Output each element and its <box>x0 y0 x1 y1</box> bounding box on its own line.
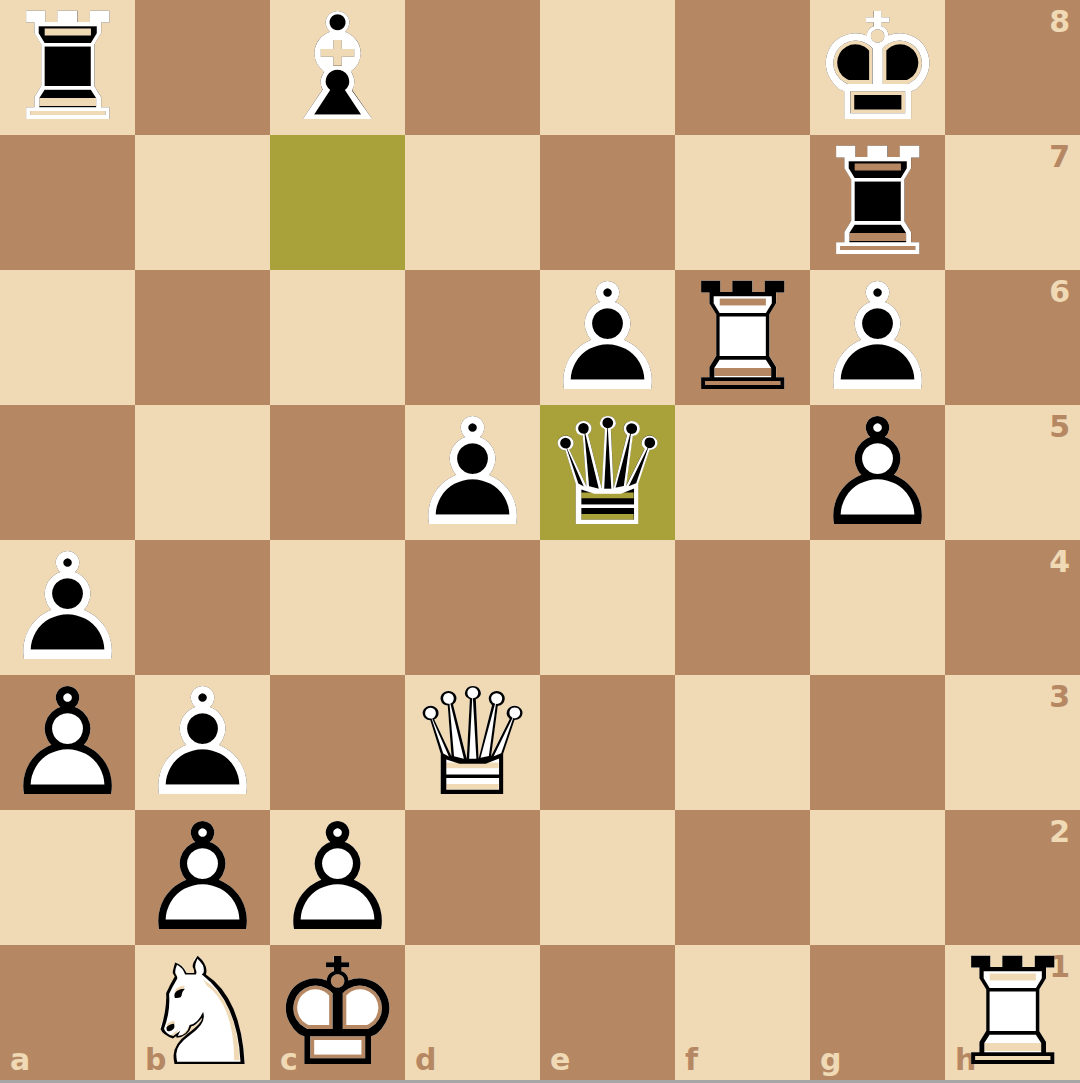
square-d8[interactable] <box>405 0 540 135</box>
square-e5[interactable]: ♛♕ <box>540 405 675 540</box>
square-c7[interactable] <box>270 135 405 270</box>
square-c6[interactable] <box>270 270 405 405</box>
file-label-g: g <box>820 1045 841 1075</box>
black-bishop-glyph-detail: ♗ <box>270 0 405 142</box>
square-d4[interactable] <box>405 540 540 675</box>
black-pawn-glyph-detail: ♙ <box>405 399 540 547</box>
white-queen[interactable]: ♛♕ <box>405 675 540 810</box>
rank-label-6: 6 <box>1049 277 1070 307</box>
square-e4[interactable] <box>540 540 675 675</box>
white-rook-glyph-detail: ♖ <box>675 264 810 412</box>
black-rook-glyph-detail: ♖ <box>0 0 135 142</box>
square-f6[interactable]: ♜♖ <box>675 270 810 405</box>
file-label-d: d <box>415 1045 436 1075</box>
square-g2[interactable] <box>810 810 945 945</box>
square-g4[interactable] <box>810 540 945 675</box>
file-label-e: e <box>550 1045 570 1075</box>
black-pawn[interactable]: ♟♙ <box>0 540 135 675</box>
square-h2[interactable]: 2 <box>945 810 1080 945</box>
black-rook[interactable]: ♜♖ <box>810 135 945 270</box>
black-queen-glyph-detail: ♕ <box>540 399 675 547</box>
square-b7[interactable] <box>135 135 270 270</box>
square-h3[interactable]: 3 <box>945 675 1080 810</box>
square-d1[interactable]: d <box>405 945 540 1080</box>
square-f8[interactable] <box>675 0 810 135</box>
rank-label-4: 4 <box>1049 547 1070 577</box>
square-h8[interactable]: 8 <box>945 0 1080 135</box>
black-bishop[interactable]: ♝♗ <box>270 0 405 135</box>
square-h4[interactable]: 4 <box>945 540 1080 675</box>
square-d5[interactable]: ♟♙ <box>405 405 540 540</box>
square-c3[interactable] <box>270 675 405 810</box>
square-g8[interactable]: ♚♔ <box>810 0 945 135</box>
square-g7[interactable]: ♜♖ <box>810 135 945 270</box>
chess-app: ♜♖♝♗♚♔8♜♖7♟♙♜♖♟♙6♟♙♛♕♟♙5♟♙4♟♙♟♙♛♕3♟♙♟♙2a… <box>0 0 1080 1083</box>
white-queen-glyph-detail: ♕ <box>405 669 540 817</box>
rank-label-8: 8 <box>1049 7 1070 37</box>
square-b6[interactable] <box>135 270 270 405</box>
square-e3[interactable] <box>540 675 675 810</box>
square-a5[interactable] <box>0 405 135 540</box>
square-c8[interactable]: ♝♗ <box>270 0 405 135</box>
black-pawn[interactable]: ♟♙ <box>540 270 675 405</box>
square-f2[interactable] <box>675 810 810 945</box>
square-b4[interactable] <box>135 540 270 675</box>
square-g1[interactable]: g <box>810 945 945 1080</box>
square-e8[interactable] <box>540 0 675 135</box>
square-h1[interactable]: 1h♜♖ <box>945 945 1080 1080</box>
black-queen[interactable]: ♛♕ <box>540 405 675 540</box>
white-pawn-glyph-detail: ♙ <box>810 399 945 547</box>
square-a4[interactable]: ♟♙ <box>0 540 135 675</box>
square-g5[interactable]: ♟♙ <box>810 405 945 540</box>
square-h7[interactable]: 7 <box>945 135 1080 270</box>
square-e2[interactable] <box>540 810 675 945</box>
square-c2[interactable]: ♟♙ <box>270 810 405 945</box>
black-pawn[interactable]: ♟♙ <box>810 270 945 405</box>
black-rook[interactable]: ♜♖ <box>0 0 135 135</box>
square-a1[interactable]: a <box>0 945 135 1080</box>
black-pawn[interactable]: ♟♙ <box>405 405 540 540</box>
square-c1[interactable]: c♚♔ <box>270 945 405 1080</box>
black-king[interactable]: ♚♔ <box>810 0 945 135</box>
square-e6[interactable]: ♟♙ <box>540 270 675 405</box>
square-e1[interactable]: e <box>540 945 675 1080</box>
square-b3[interactable]: ♟♙ <box>135 675 270 810</box>
square-b8[interactable] <box>135 0 270 135</box>
white-king[interactable]: ♚♔ <box>270 945 405 1080</box>
chess-board: ♜♖♝♗♚♔8♜♖7♟♙♜♖♟♙6♟♙♛♕♟♙5♟♙4♟♙♟♙♛♕3♟♙♟♙2a… <box>0 0 1080 1080</box>
white-pawn[interactable]: ♟♙ <box>0 675 135 810</box>
square-b5[interactable] <box>135 405 270 540</box>
white-pawn[interactable]: ♟♙ <box>270 810 405 945</box>
rank-label-5: 5 <box>1049 412 1070 442</box>
file-label-a: a <box>10 1045 30 1075</box>
square-h5[interactable]: 5 <box>945 405 1080 540</box>
square-f4[interactable] <box>675 540 810 675</box>
rank-label-2: 2 <box>1049 817 1070 847</box>
white-knight[interactable]: ♞♘ <box>135 945 270 1080</box>
square-g6[interactable]: ♟♙ <box>810 270 945 405</box>
file-label-f: f <box>685 1045 698 1075</box>
square-f7[interactable] <box>675 135 810 270</box>
white-rook-glyph-detail: ♖ <box>945 939 1080 1083</box>
square-f3[interactable] <box>675 675 810 810</box>
square-c4[interactable] <box>270 540 405 675</box>
square-d2[interactable] <box>405 810 540 945</box>
square-b2[interactable]: ♟♙ <box>135 810 270 945</box>
square-a6[interactable] <box>0 270 135 405</box>
square-e7[interactable] <box>540 135 675 270</box>
white-king-glyph-detail: ♔ <box>270 939 405 1083</box>
square-a7[interactable] <box>0 135 135 270</box>
square-h6[interactable]: 6 <box>945 270 1080 405</box>
square-f5[interactable] <box>675 405 810 540</box>
square-a2[interactable] <box>0 810 135 945</box>
square-c5[interactable] <box>270 405 405 540</box>
black-pawn[interactable]: ♟♙ <box>135 675 270 810</box>
square-d3[interactable]: ♛♕ <box>405 675 540 810</box>
square-a8[interactable]: ♜♖ <box>0 0 135 135</box>
square-g3[interactable] <box>810 675 945 810</box>
square-f1[interactable]: f <box>675 945 810 1080</box>
square-b1[interactable]: b♞♘ <box>135 945 270 1080</box>
square-d7[interactable] <box>405 135 540 270</box>
white-pawn-glyph-detail: ♙ <box>0 669 135 817</box>
rank-label-7: 7 <box>1049 142 1070 172</box>
white-rook[interactable]: ♜♖ <box>945 945 1080 1080</box>
white-pawn[interactable]: ♟♙ <box>810 405 945 540</box>
square-a3[interactable]: ♟♙ <box>0 675 135 810</box>
square-d6[interactable] <box>405 270 540 405</box>
white-knight-glyph-detail: ♘ <box>135 939 270 1083</box>
rank-label-3: 3 <box>1049 682 1070 712</box>
white-pawn[interactable]: ♟♙ <box>135 810 270 945</box>
white-rook[interactable]: ♜♖ <box>675 270 810 405</box>
